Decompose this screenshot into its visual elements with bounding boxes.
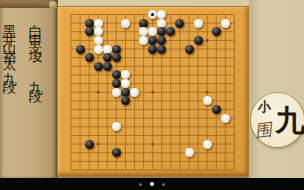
black-player-column: 黑 井山裕太 九段 [3, 14, 17, 77]
player-scroll-panel: 黑 井山裕太 九段 白 申旻埈 九段 [0, 0, 58, 178]
black-stone [112, 79, 121, 88]
black-player-rank: 九段 [3, 61, 17, 77]
black-stone [85, 19, 94, 28]
black-stone [85, 53, 94, 62]
black-stone [85, 140, 94, 149]
nav-dot-next[interactable] [162, 183, 165, 186]
black-stone [94, 62, 103, 71]
white-stone [194, 19, 203, 28]
white-stone [221, 114, 230, 123]
white-player-name: 申旻埈 [29, 22, 43, 46]
black-color-label: 黑 [3, 14, 17, 22]
black-stone [212, 27, 221, 36]
white-stone [221, 19, 230, 28]
white-stone [203, 140, 212, 149]
black-stone [157, 45, 166, 54]
black-stone [85, 27, 94, 36]
nav-dot-current[interactable] [150, 182, 154, 186]
white-stone [94, 36, 103, 45]
seal-char-small: 小 [258, 98, 271, 116]
white-player-column: 白 申旻埈 九段 [29, 14, 43, 86]
black-stone [212, 105, 221, 114]
white-stone [157, 19, 166, 28]
black-stone [148, 45, 157, 54]
seal-char-big: 九 [275, 101, 304, 142]
scroll-rod [0, 1, 55, 8]
black-stone [185, 45, 194, 54]
black-stone [103, 62, 112, 71]
white-stone [112, 88, 121, 97]
video-nav-bar [0, 178, 304, 190]
go-board[interactable] [57, 6, 249, 177]
white-player-rank: 九段 [29, 70, 43, 86]
black-player-name: 井山裕太 [3, 22, 17, 54]
black-stone [103, 53, 112, 62]
nav-dot-prev[interactable] [139, 183, 142, 186]
black-stone [112, 45, 121, 54]
white-stone [103, 45, 112, 54]
black-stone [121, 88, 130, 97]
white-stone [121, 19, 130, 28]
white-color-label: 白 [29, 14, 43, 22]
black-stone [139, 19, 148, 28]
seal-char-script: 围 [253, 118, 273, 143]
black-stone [76, 45, 85, 54]
go-broadcast-thumbnail: 黑 井山裕太 九段 白 申旻埈 九段 小 九 围 [0, 0, 304, 190]
white-stone [121, 79, 130, 88]
right-panel [249, 0, 304, 178]
white-stone [185, 148, 194, 157]
black-stone [194, 36, 203, 45]
white-stone [94, 19, 103, 28]
white-stone [139, 36, 148, 45]
scroll-rod-knob [49, 1, 57, 9]
channel-seal-logo: 小 九 围 [251, 93, 304, 147]
white-stone [130, 88, 139, 97]
white-stone [94, 27, 103, 36]
white-stone [94, 45, 103, 54]
